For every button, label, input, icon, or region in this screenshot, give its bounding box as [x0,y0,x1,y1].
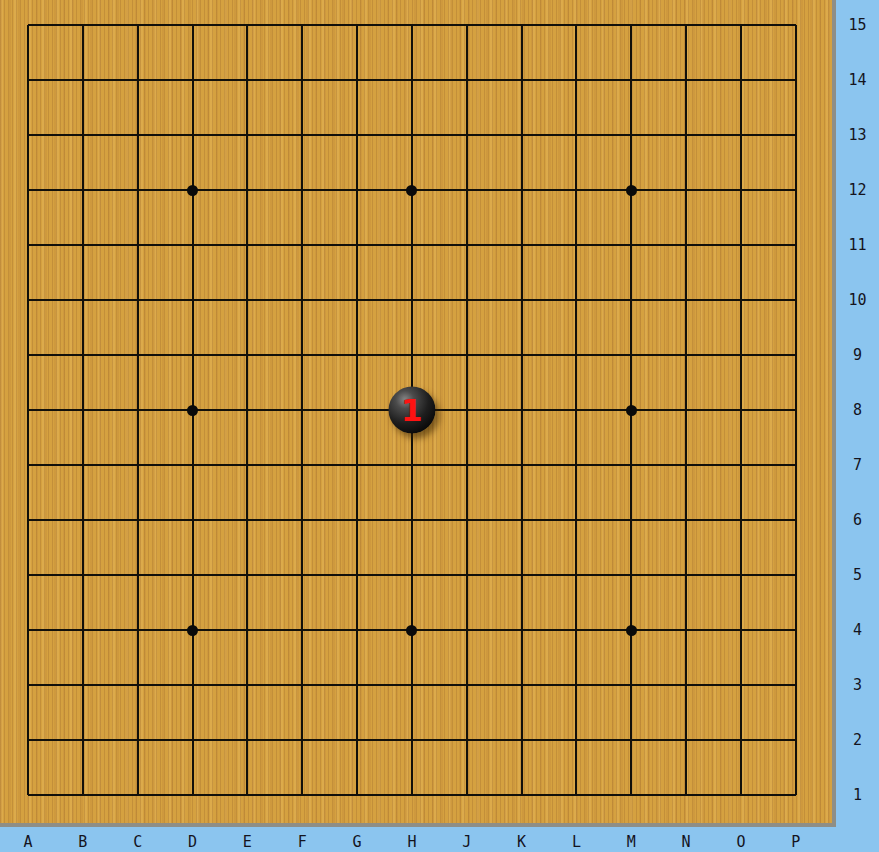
intersection[interactable] [330,0,385,53]
intersection[interactable] [220,548,275,603]
intersection[interactable] [330,383,385,438]
grid-line-vertical [795,273,797,328]
grid-line-vertical [521,548,523,603]
intersection[interactable] [714,53,769,108]
grid-line-vertical [356,25,358,53]
grid-line-vertical [740,713,742,768]
intersection[interactable] [110,603,165,658]
grid-line-vertical [630,218,632,273]
intersection[interactable] [165,493,220,548]
grid-line-horizontal [768,354,795,356]
intersection[interactable] [768,328,823,383]
grid-line-vertical [630,328,632,383]
intersection[interactable] [165,383,220,438]
intersection[interactable] [549,218,604,273]
grid-line-vertical [685,53,687,108]
intersection[interactable] [659,548,714,603]
intersection[interactable] [1,328,56,383]
grid-line-vertical [27,25,29,53]
grid-line-vertical [246,218,248,273]
intersection[interactable] [384,713,439,768]
intersection[interactable] [384,53,439,108]
intersection[interactable] [494,548,549,603]
grid-line-vertical [466,603,468,658]
grid-line-vertical [521,25,523,53]
grid-line-vertical [246,438,248,493]
intersection[interactable] [220,383,275,438]
intersection[interactable] [330,548,385,603]
intersection[interactable] [604,328,659,383]
intersection[interactable] [55,328,110,383]
intersection[interactable] [330,108,385,163]
intersection[interactable] [659,163,714,218]
intersection[interactable] [165,0,220,53]
black-stone[interactable]: 1 [388,387,435,434]
intersection[interactable] [275,328,330,383]
intersection[interactable] [549,603,604,658]
intersection[interactable] [275,548,330,603]
intersection[interactable] [714,768,769,823]
intersection[interactable] [604,438,659,493]
intersection[interactable] [275,163,330,218]
intersection[interactable] [275,218,330,273]
intersection[interactable] [384,438,439,493]
intersection[interactable] [659,273,714,328]
intersection[interactable] [1,713,56,768]
intersection[interactable] [494,438,549,493]
intersection[interactable] [604,218,659,273]
intersection[interactable] [330,768,385,823]
intersection[interactable] [439,108,494,163]
intersection[interactable] [55,108,110,163]
intersection[interactable] [604,658,659,713]
intersection[interactable] [549,108,604,163]
intersection[interactable] [220,53,275,108]
intersection[interactable] [330,328,385,383]
grid-line-vertical [192,768,194,796]
intersection[interactable] [1,53,56,108]
intersection[interactable] [384,603,439,658]
intersection[interactable] [604,713,659,768]
intersection[interactable] [384,218,439,273]
grid-line-horizontal [768,409,795,411]
grid-line-vertical [27,273,29,328]
intersection[interactable] [604,548,659,603]
intersection[interactable] [659,108,714,163]
intersection[interactable] [165,108,220,163]
intersection[interactable] [384,768,439,823]
intersection[interactable] [110,658,165,713]
intersection[interactable] [1,438,56,493]
intersection[interactable] [494,328,549,383]
intersection[interactable] [768,438,823,493]
intersection[interactable] [439,0,494,53]
intersection[interactable] [220,328,275,383]
grid-line-vertical [740,273,742,328]
intersection[interactable] [439,328,494,383]
grid-line-vertical [82,603,84,658]
intersection[interactable] [604,163,659,218]
intersection[interactable] [55,713,110,768]
grid-line-vertical [575,438,577,493]
intersection[interactable] [330,713,385,768]
intersection[interactable] [220,493,275,548]
intersection[interactable] [714,0,769,53]
grid-line-vertical [356,713,358,768]
intersection[interactable] [549,383,604,438]
grid-line-vertical [795,548,797,603]
intersection[interactable] [549,328,604,383]
intersection[interactable] [604,768,659,823]
intersection[interactable] [384,0,439,53]
intersection[interactable] [494,0,549,53]
intersection[interactable] [384,658,439,713]
intersection[interactable] [549,53,604,108]
intersection[interactable] [220,713,275,768]
intersection[interactable] [110,768,165,823]
grid-line-vertical [466,163,468,218]
intersection[interactable] [659,768,714,823]
board-grid: 1 [1,0,824,823]
grid-line-vertical [82,163,84,218]
intersection[interactable] [1,548,56,603]
intersection[interactable] [330,163,385,218]
grid-line-vertical [82,25,84,53]
intersection[interactable] [659,328,714,383]
grid-line-vertical [466,713,468,768]
intersection[interactable] [275,493,330,548]
intersection[interactable] [659,493,714,548]
intersection[interactable] [165,163,220,218]
intersection[interactable] [165,438,220,493]
intersection[interactable] [1,383,56,438]
intersection[interactable] [165,768,220,823]
intersection[interactable] [714,163,769,218]
grid-line-vertical [466,548,468,603]
intersection[interactable] [384,108,439,163]
intersection[interactable] [494,658,549,713]
intersection[interactable] [165,603,220,658]
go-board: 1 [0,0,836,827]
star-point [187,405,198,416]
intersection[interactable] [55,0,110,53]
intersection[interactable] [659,603,714,658]
intersection[interactable] [220,163,275,218]
intersection[interactable] [330,273,385,328]
intersection[interactable] [549,0,604,53]
row-label: 8 [840,383,875,438]
intersection[interactable] [165,273,220,328]
grid-line-vertical [27,53,29,108]
intersection[interactable] [1,108,56,163]
intersection[interactable] [1,273,56,328]
grid-line-vertical [740,383,742,438]
intersection[interactable] [768,218,823,273]
intersection[interactable] [439,438,494,493]
grid-line-vertical [630,548,632,603]
intersection[interactable] [768,603,823,658]
intersection[interactable] [220,0,275,53]
grid-line-vertical [356,383,358,438]
intersection[interactable] [220,218,275,273]
intersection[interactable] [494,163,549,218]
intersection[interactable] [1,658,56,713]
intersection[interactable] [714,548,769,603]
intersection[interactable] [220,438,275,493]
intersection[interactable] [494,713,549,768]
intersection[interactable] [714,273,769,328]
intersection[interactable] [439,218,494,273]
grid-line-vertical [137,493,139,548]
intersection[interactable] [604,603,659,658]
grid-line-vertical [411,493,413,548]
intersection[interactable] [768,658,823,713]
intersection[interactable] [714,493,769,548]
intersection[interactable] [330,438,385,493]
intersection[interactable] [165,658,220,713]
intersection[interactable] [275,273,330,328]
grid-line-horizontal [28,739,55,741]
intersection[interactable] [110,548,165,603]
grid-line-vertical [795,493,797,548]
intersection[interactable] [55,438,110,493]
intersection[interactable] [439,713,494,768]
grid-line-horizontal [28,519,55,521]
intersection[interactable] [110,273,165,328]
grid-line-vertical [685,658,687,713]
intersection[interactable] [549,273,604,328]
intersection[interactable] [494,108,549,163]
intersection[interactable] [714,218,769,273]
intersection[interactable] [55,603,110,658]
intersection[interactable] [439,768,494,823]
intersection[interactable] [275,658,330,713]
intersection[interactable] [604,493,659,548]
intersection[interactable] [439,383,494,438]
intersection[interactable] [384,548,439,603]
intersection[interactable] [439,658,494,713]
grid-line-vertical [685,218,687,273]
intersection[interactable] [55,53,110,108]
intersection[interactable] [110,163,165,218]
intersection[interactable] [220,108,275,163]
grid-line-vertical [246,25,248,53]
grid-line-vertical [192,218,194,273]
grid-line-vertical [27,218,29,273]
intersection[interactable] [659,713,714,768]
intersection[interactable] [110,108,165,163]
intersection[interactable] [275,713,330,768]
intersection[interactable] [439,603,494,658]
grid-line-vertical [521,163,523,218]
grid-line-vertical [466,658,468,713]
grid-line-vertical [575,768,577,796]
grid-line-vertical [740,438,742,493]
grid-line-vertical [685,438,687,493]
intersection[interactable] [110,383,165,438]
intersection[interactable] [494,768,549,823]
intersection[interactable] [768,493,823,548]
intersection[interactable] [110,438,165,493]
intersection[interactable] [220,603,275,658]
intersection[interactable] [604,108,659,163]
intersection[interactable] [384,273,439,328]
intersection[interactable] [494,603,549,658]
intersection[interactable] [110,328,165,383]
intersection[interactable] [714,108,769,163]
intersection[interactable] [768,0,823,53]
intersection[interactable] [165,53,220,108]
grid-line-vertical [521,768,523,796]
intersection[interactable] [330,603,385,658]
intersection[interactable] [439,53,494,108]
intersection[interactable] [275,438,330,493]
grid-line-vertical [575,493,577,548]
grid-line-vertical [630,108,632,163]
intersection[interactable] [330,658,385,713]
intersection[interactable] [439,548,494,603]
intersection[interactable] [768,108,823,163]
intersection[interactable] [220,768,275,823]
intersection[interactable] [275,53,330,108]
intersection[interactable] [768,768,823,823]
intersection[interactable] [1,0,56,53]
grid-line-vertical [301,383,303,438]
grid-line-vertical [685,603,687,658]
grid-line-vertical [630,25,632,53]
intersection[interactable] [1,768,56,823]
intersection[interactable] [165,713,220,768]
intersection[interactable] [1,493,56,548]
intersection[interactable] [494,273,549,328]
intersection[interactable] [768,53,823,108]
intersection[interactable] [604,53,659,108]
intersection[interactable] [714,603,769,658]
intersection[interactable] [604,273,659,328]
intersection[interactable] [549,163,604,218]
intersection[interactable] [55,383,110,438]
intersection[interactable] [494,493,549,548]
intersection[interactable] [768,383,823,438]
intersection[interactable] [110,53,165,108]
intersection[interactable] [275,0,330,53]
intersection[interactable] [714,328,769,383]
intersection[interactable] [110,0,165,53]
grid-line-vertical [795,438,797,493]
intersection[interactable] [549,493,604,548]
intersection[interactable] [110,493,165,548]
intersection[interactable] [384,163,439,218]
intersection[interactable] [330,493,385,548]
intersection[interactable] [768,163,823,218]
intersection[interactable] [768,548,823,603]
intersection[interactable] [439,493,494,548]
intersection[interactable] [55,218,110,273]
grid-line-vertical [466,25,468,53]
column-label: L [549,831,604,852]
intersection[interactable] [55,273,110,328]
intersection[interactable] [659,53,714,108]
intersection[interactable] [604,0,659,53]
grid-line-vertical [27,493,29,548]
intersection[interactable] [768,273,823,328]
intersection[interactable] [494,218,549,273]
intersection[interactable] [275,108,330,163]
intersection[interactable] [659,383,714,438]
intersection[interactable] [55,548,110,603]
intersection[interactable] [275,768,330,823]
intersection[interactable] [275,603,330,658]
grid-line-vertical [246,273,248,328]
intersection[interactable] [1,603,56,658]
intersection[interactable] [384,328,439,383]
intersection[interactable] [714,658,769,713]
intersection[interactable] [494,53,549,108]
grid-line-vertical [192,438,194,493]
intersection[interactable] [549,438,604,493]
intersection[interactable] [714,713,769,768]
intersection[interactable] [659,658,714,713]
intersection[interactable] [165,218,220,273]
grid-line-vertical [246,383,248,438]
intersection[interactable] [275,383,330,438]
grid-line-vertical [411,218,413,273]
intersection[interactable] [714,438,769,493]
intersection[interactable] [659,438,714,493]
intersection[interactable] [55,163,110,218]
intersection[interactable] [604,383,659,438]
grid-line-vertical [521,53,523,108]
grid-line-vertical [82,108,84,163]
intersection[interactable] [384,493,439,548]
intersection[interactable] [549,658,604,713]
grid-line-vertical [630,273,632,328]
grid-line-vertical [27,383,29,438]
intersection[interactable] [330,218,385,273]
intersection[interactable] [659,0,714,53]
column-label: N [659,831,714,852]
intersection[interactable] [549,713,604,768]
intersection[interactable] [439,163,494,218]
intersection[interactable] [330,53,385,108]
grid-line-vertical [575,25,577,53]
intersection[interactable] [165,328,220,383]
intersection[interactable]: 1 [384,383,439,438]
intersection[interactable] [768,713,823,768]
intersection[interactable] [110,218,165,273]
intersection[interactable] [659,218,714,273]
grid-line-vertical [27,768,29,796]
grid-line-vertical [466,493,468,548]
intersection[interactable] [1,218,56,273]
grid-line-vertical [137,273,139,328]
intersection[interactable] [110,713,165,768]
intersection[interactable] [1,163,56,218]
intersection[interactable] [165,548,220,603]
intersection[interactable] [55,768,110,823]
intersection[interactable] [55,658,110,713]
intersection[interactable] [55,493,110,548]
intersection[interactable] [549,548,604,603]
intersection[interactable] [494,383,549,438]
intersection[interactable] [220,658,275,713]
intersection[interactable] [549,768,604,823]
intersection[interactable] [439,273,494,328]
intersection[interactable] [714,383,769,438]
grid-line-vertical [411,438,413,493]
intersection[interactable] [220,273,275,328]
column-label: P [768,831,823,852]
